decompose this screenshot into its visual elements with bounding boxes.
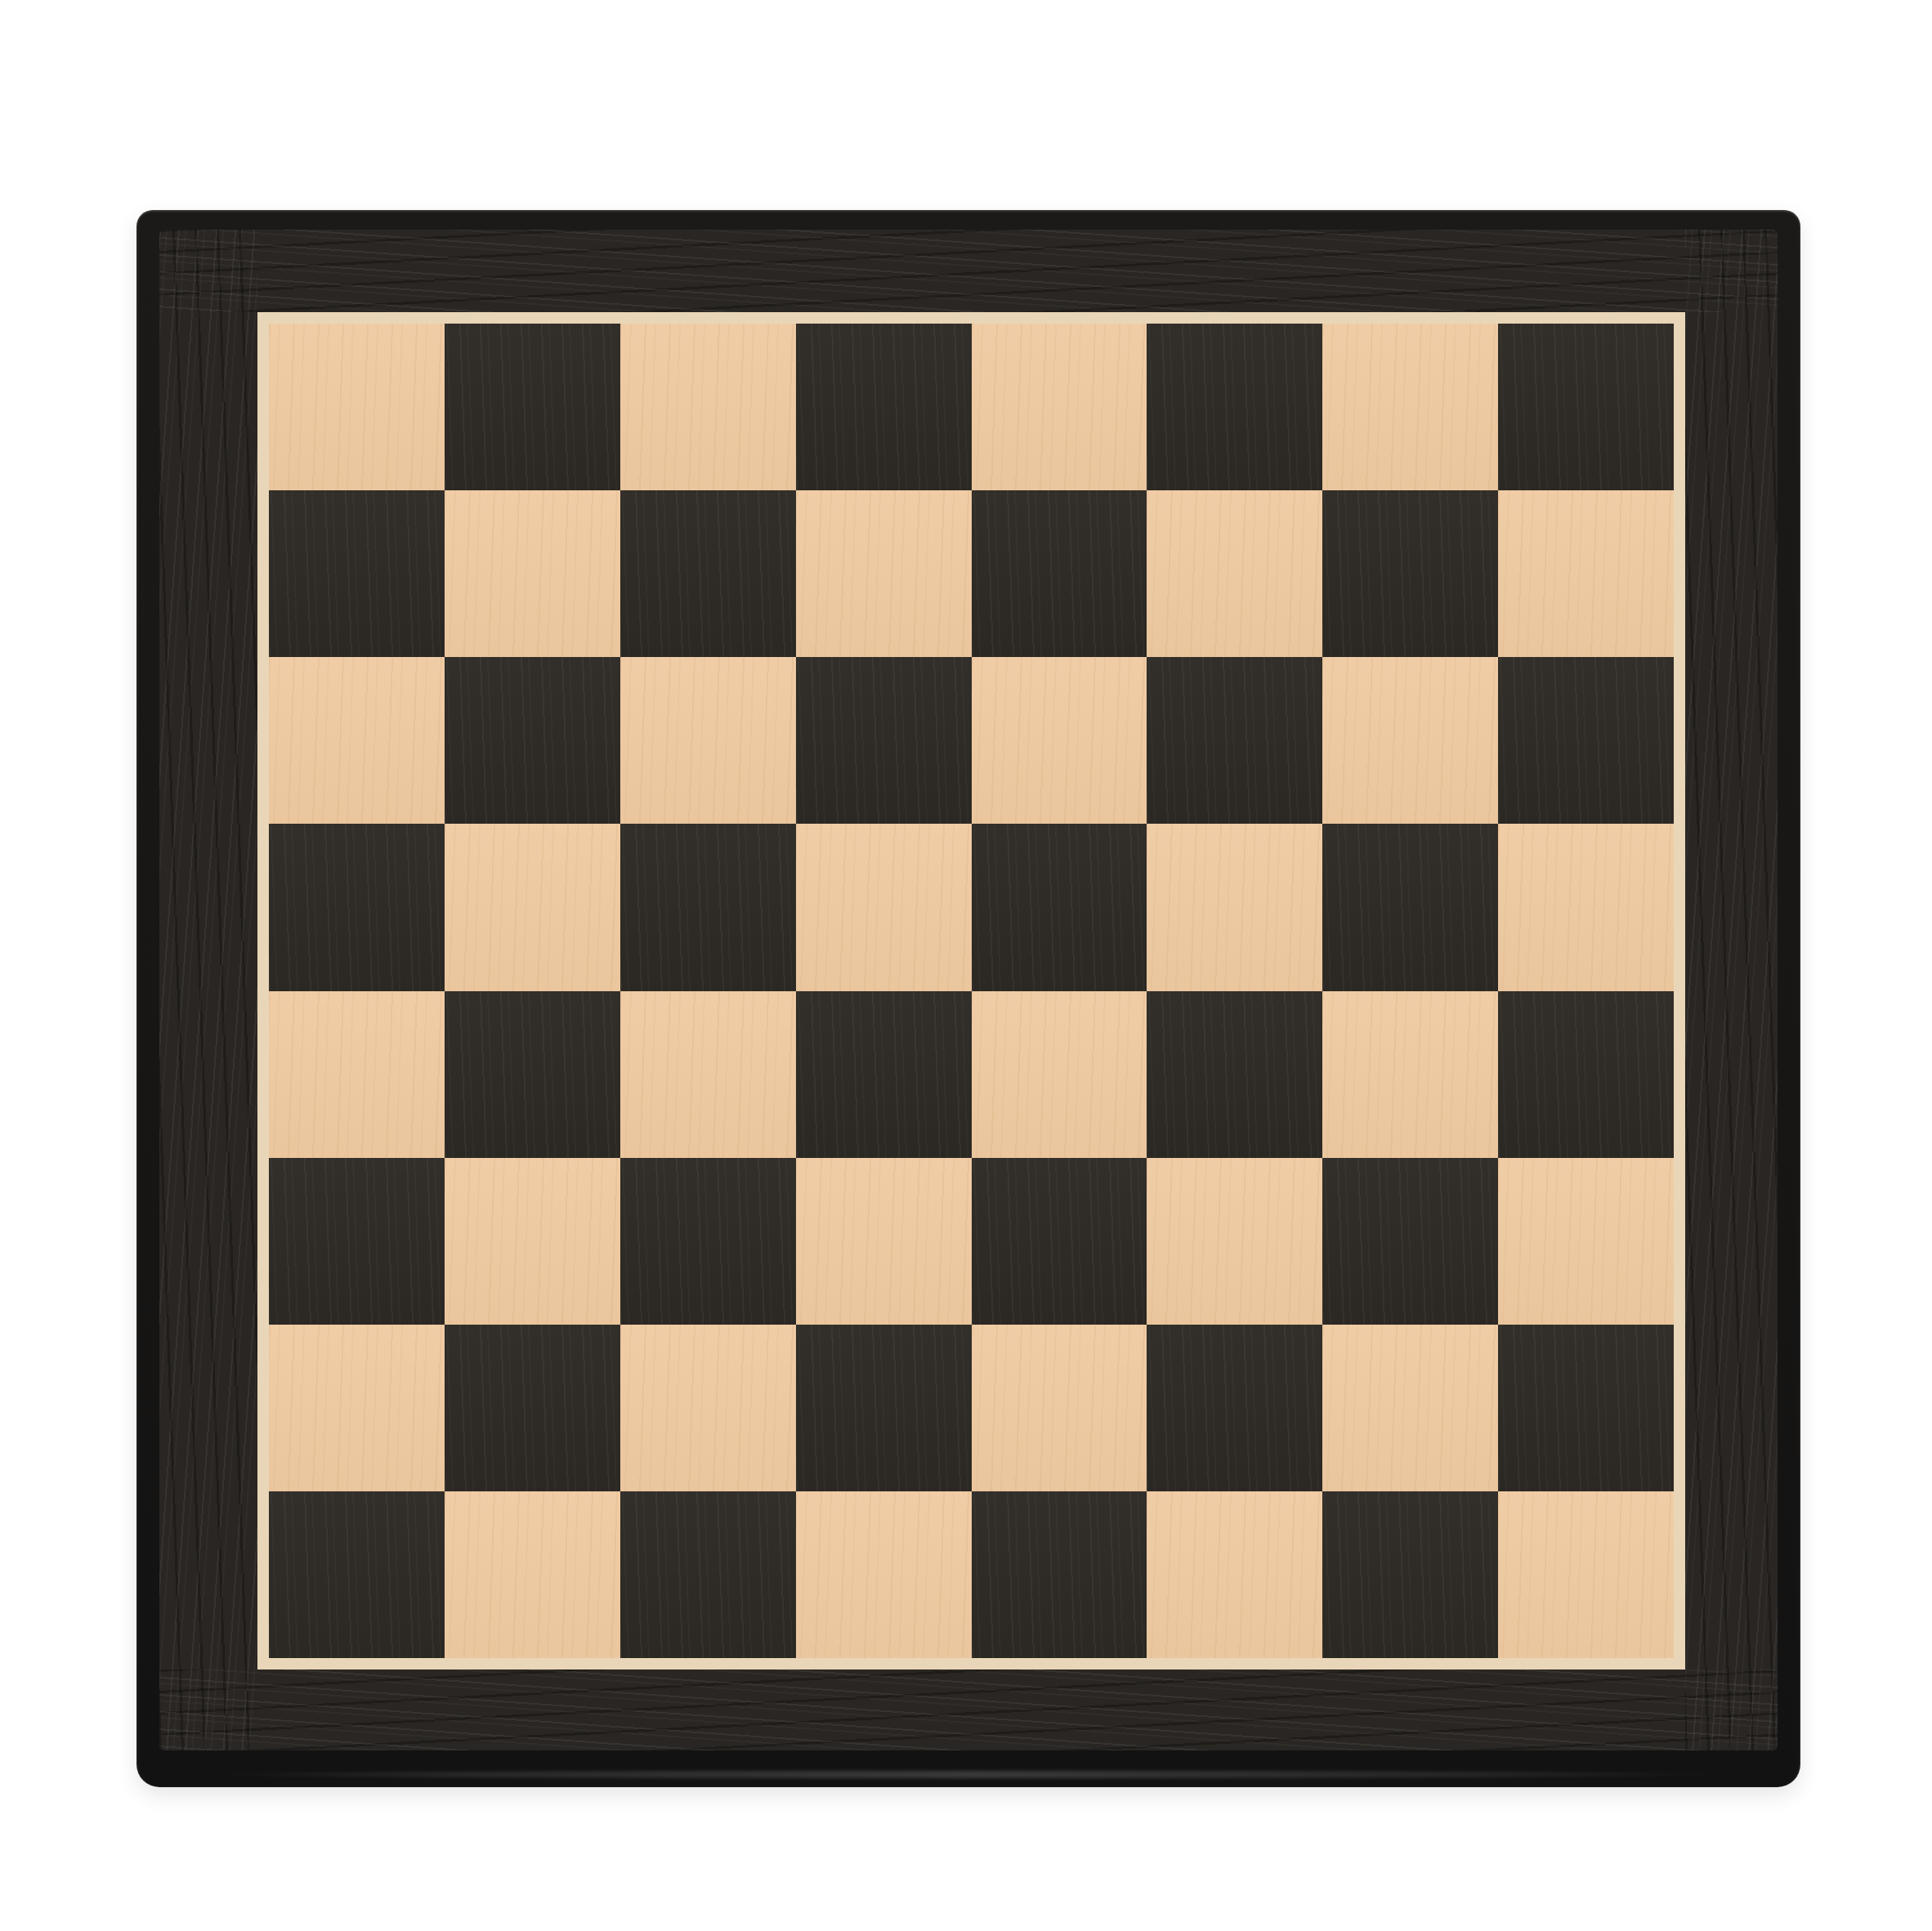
square-g3 [1322,1158,1498,1325]
frame-bottom-border [159,1670,1778,1750]
square-f4 [1147,991,1322,1158]
square-f1 [1147,1491,1322,1658]
square-c6 [620,657,796,824]
square-c5 [620,824,796,990]
square-g7 [1322,490,1498,657]
square-b8 [445,324,620,490]
square-b5 [445,824,620,990]
square-d7 [796,490,972,657]
square-c7 [620,490,796,657]
square-h2 [1498,1325,1674,1491]
square-c4 [620,991,796,1158]
square-g2 [1322,1325,1498,1491]
square-b6 [445,657,620,824]
square-e3 [972,1158,1147,1325]
square-a4 [269,991,445,1158]
square-g6 [1322,657,1498,824]
square-f8 [1147,324,1322,490]
square-e6 [972,657,1147,824]
frame-left-border [159,230,257,1750]
square-g1 [1322,1491,1498,1658]
frame-top-border [159,230,1778,312]
square-g4 [1322,991,1498,1158]
pinstripe-inlay [257,312,1685,1670]
square-c3 [620,1158,796,1325]
square-e7 [972,490,1147,657]
square-d2 [796,1325,972,1491]
square-d3 [796,1158,972,1325]
square-c8 [620,324,796,490]
square-h1 [1498,1491,1674,1658]
square-e5 [972,824,1147,990]
product-photo-background [0,0,1932,1931]
square-b1 [445,1491,620,1658]
square-a5 [269,824,445,990]
square-h5 [1498,824,1674,990]
square-h7 [1498,490,1674,657]
square-h3 [1498,1158,1674,1325]
square-a3 [269,1158,445,1325]
square-a6 [269,657,445,824]
square-f3 [1147,1158,1322,1325]
square-b4 [445,991,620,1158]
square-b2 [445,1325,620,1491]
square-f7 [1147,490,1322,657]
square-c2 [620,1325,796,1491]
square-f2 [1147,1325,1322,1491]
square-c1 [620,1491,796,1658]
chess-board [136,210,1800,1787]
square-d1 [796,1491,972,1658]
square-h8 [1498,324,1674,490]
frame-right-border [1685,230,1778,1750]
square-h4 [1498,991,1674,1158]
square-d8 [796,324,972,490]
square-e4 [972,991,1147,1158]
square-g5 [1322,824,1498,990]
square-b7 [445,490,620,657]
square-f6 [1147,657,1322,824]
square-d4 [796,991,972,1158]
square-e2 [972,1325,1147,1491]
square-g8 [1322,324,1498,490]
square-f5 [1147,824,1322,990]
board-grid [269,324,1674,1658]
square-a7 [269,490,445,657]
square-a1 [269,1491,445,1658]
square-d6 [796,657,972,824]
square-e8 [972,324,1147,490]
square-h6 [1498,657,1674,824]
square-d5 [796,824,972,990]
square-b3 [445,1158,620,1325]
square-e1 [972,1491,1147,1658]
square-a8 [269,324,445,490]
square-a2 [269,1325,445,1491]
